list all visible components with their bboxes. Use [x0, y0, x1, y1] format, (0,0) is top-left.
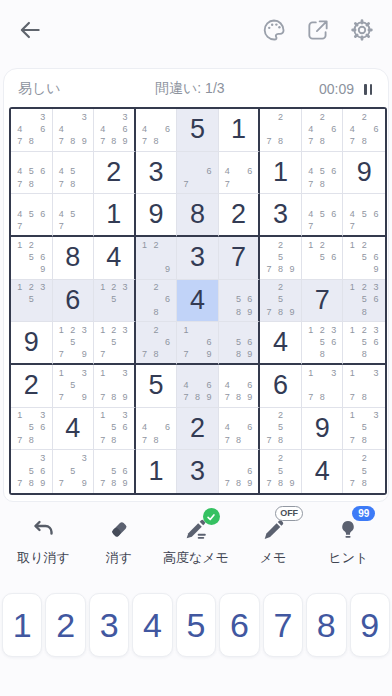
- cell-r1c5[interactable]: 5: [177, 109, 219, 152]
- cell-value: 4: [315, 458, 330, 485]
- cell-notes: 24678: [302, 109, 343, 151]
- numpad-3[interactable]: 3: [89, 593, 129, 657]
- cell-r7c9[interactable]: 1378: [343, 365, 385, 408]
- cell-notes: 1679: [177, 322, 218, 363]
- pause-icon: [364, 84, 367, 95]
- cell-notes: 34789: [53, 109, 94, 151]
- advanced-notes-button[interactable]: 高度なメモ: [163, 516, 229, 567]
- cell-notes: 45678: [11, 152, 52, 194]
- undo-button[interactable]: 取り消す: [13, 516, 75, 567]
- sudoku-grid: 3467834789346789467851278246782467845678…: [9, 107, 387, 495]
- cell-notes: 5689: [219, 322, 259, 363]
- cell-notes: 4567: [343, 194, 385, 235]
- cell-value: 3: [190, 458, 205, 485]
- cell-r1c6[interactable]: 1: [219, 109, 261, 152]
- cell-notes: 12569: [11, 237, 52, 279]
- cell-notes: 13578: [343, 408, 385, 450]
- cell-r4c4[interactable]: 129: [136, 237, 178, 280]
- cell-r3c8[interactable]: 4567: [302, 194, 344, 237]
- cell-notes: 467: [219, 152, 259, 194]
- cell-value: 8: [190, 201, 205, 228]
- cell-r8c2[interactable]: 4: [53, 408, 95, 451]
- cell-r1c4[interactable]: 4678: [136, 109, 178, 152]
- cell-notes: 13579: [53, 365, 94, 407]
- cell-notes: 1378: [302, 365, 343, 407]
- cell-r6c8[interactable]: 123568: [302, 322, 344, 365]
- cell-notes: 13789: [94, 365, 134, 407]
- cell-r9c6[interactable]: 6789: [219, 450, 261, 493]
- cell-r5c5[interactable]: 4: [177, 280, 219, 323]
- check-icon: [206, 512, 216, 522]
- cell-r9c3[interactable]: 56789: [94, 450, 136, 493]
- cell-value: 1: [231, 116, 246, 143]
- cell-r9c1[interactable]: 356789: [11, 450, 53, 493]
- cell-r8c7[interactable]: 2578: [260, 408, 302, 451]
- cell-value: 4: [190, 287, 205, 314]
- cell-r2c9[interactable]: 9: [343, 152, 385, 195]
- back-button[interactable]: [16, 16, 44, 44]
- numpad-9[interactable]: 9: [350, 593, 390, 657]
- cell-r1c8[interactable]: 24678: [302, 109, 344, 152]
- cell-notes: 25789: [260, 237, 301, 279]
- cell-r3c5[interactable]: 8: [177, 194, 219, 237]
- advanced-notes-label: 高度なメモ: [163, 549, 229, 567]
- cell-r7c8[interactable]: 1378: [302, 365, 344, 408]
- cell-value: 2: [24, 372, 39, 399]
- cell-r4c3[interactable]: 4: [94, 237, 136, 280]
- cell-r8c8[interactable]: 9: [302, 408, 344, 451]
- cell-notes: 4567: [302, 194, 343, 235]
- cell-notes: 24678: [343, 109, 385, 151]
- cell-notes: 67: [177, 152, 218, 194]
- cell-r7c4[interactable]: 5: [136, 365, 178, 408]
- cell-r9c4[interactable]: 1: [136, 450, 178, 493]
- notes-button[interactable]: OFF メモ: [242, 516, 304, 567]
- cell-r5c8[interactable]: 7: [302, 280, 344, 323]
- timer: 00:09: [319, 81, 354, 97]
- cell-r8c6[interactable]: 4678: [219, 408, 261, 451]
- cell-r4c1[interactable]: 12569: [11, 237, 53, 280]
- tool-bar: 取り消す 消す 高度なメモ: [0, 502, 392, 567]
- numpad-1[interactable]: 1: [2, 593, 42, 657]
- cell-r8c9[interactable]: 13578: [343, 408, 385, 451]
- cell-notes: 46789: [219, 365, 259, 407]
- cell-r5c7[interactable]: 25789: [260, 280, 302, 323]
- cell-r5c4[interactable]: 268: [136, 280, 178, 323]
- cell-notes: 278: [260, 109, 301, 151]
- notes-off-badge: OFF: [275, 506, 303, 521]
- numpad-8[interactable]: 8: [306, 593, 346, 657]
- cell-value: 9: [24, 329, 39, 356]
- cell-value: 4: [106, 244, 121, 271]
- cell-notes: 1256: [302, 237, 343, 279]
- cell-notes: 1235: [94, 280, 134, 322]
- numpad-2[interactable]: 2: [45, 593, 85, 657]
- cell-r2c5[interactable]: 67: [177, 152, 219, 195]
- cell-r9c9[interactable]: 2578: [343, 450, 385, 493]
- cell-r7c7[interactable]: 6: [260, 365, 302, 408]
- notes-label: メモ: [260, 549, 287, 567]
- numpad-4[interactable]: 4: [132, 593, 172, 657]
- numpad-7[interactable]: 7: [263, 593, 303, 657]
- cell-notes: 5689: [219, 280, 259, 322]
- cell-r9c8[interactable]: 4: [302, 450, 344, 493]
- cell-notes: 356789: [11, 450, 52, 493]
- cell-notes: 3579: [53, 450, 94, 493]
- numpad-5[interactable]: 5: [176, 593, 216, 657]
- cell-value: 5: [148, 372, 163, 399]
- cell-r3c3[interactable]: 1: [94, 194, 136, 237]
- cell-value: 6: [273, 372, 288, 399]
- number-pad: 123456789: [0, 567, 392, 657]
- cell-notes: 346789: [94, 109, 134, 151]
- cell-r6c7[interactable]: 4: [260, 322, 302, 365]
- cell-r7c1[interactable]: 2: [11, 365, 53, 408]
- cell-value: 1: [148, 458, 163, 485]
- cell-notes: 135678: [11, 408, 52, 450]
- erase-button[interactable]: 消す: [88, 516, 150, 567]
- cell-r6c3[interactable]: 12357: [94, 322, 136, 365]
- cell-r4c2[interactable]: 8: [53, 237, 95, 280]
- cell-notes: 25789: [260, 280, 301, 322]
- cell-r8c3[interactable]: 135678: [94, 408, 136, 451]
- cell-value: 2: [231, 201, 246, 228]
- palette-icon: [261, 17, 287, 43]
- cell-notes: 45678: [302, 152, 343, 194]
- cell-r9c2[interactable]: 3579: [53, 450, 95, 493]
- cell-r6c5[interactable]: 1679: [177, 322, 219, 365]
- gear-icon: [349, 17, 375, 43]
- cell-r3c6[interactable]: 2: [219, 194, 261, 237]
- cell-r4c7[interactable]: 25789: [260, 237, 302, 280]
- cell-notes: 56789: [94, 450, 134, 493]
- share-icon: [305, 17, 331, 43]
- cell-value: 2: [106, 159, 121, 186]
- cell-r9c7[interactable]: 25789: [260, 450, 302, 493]
- cell-value: 8: [65, 244, 80, 271]
- cell-notes: 1235: [11, 280, 52, 322]
- cell-value: 4: [273, 329, 288, 356]
- mistakes-counter: 間違い: 1/3: [61, 80, 319, 98]
- cell-r2c4[interactable]: 3: [136, 152, 178, 195]
- cell-r4c5[interactable]: 3: [177, 237, 219, 280]
- share-button[interactable]: [304, 16, 332, 44]
- cell-r1c7[interactable]: 278: [260, 109, 302, 152]
- cell-r1c1[interactable]: 34678: [11, 109, 53, 152]
- cell-notes: 4678: [219, 408, 259, 450]
- cell-r8c4[interactable]: 4678: [136, 408, 178, 451]
- cell-notes: 268: [136, 280, 177, 322]
- cell-notes: 46789: [177, 365, 218, 407]
- difficulty-label: 易しい: [18, 80, 61, 98]
- cell-value: 9: [148, 201, 163, 228]
- cell-r2c1[interactable]: 45678: [11, 152, 53, 195]
- cell-notes: 123568: [343, 322, 385, 363]
- cell-r4c9[interactable]: 12569: [343, 237, 385, 280]
- back-arrow-icon: [17, 17, 43, 43]
- cell-r1c9[interactable]: 24678: [343, 109, 385, 152]
- cell-r4c6[interactable]: 7: [219, 237, 261, 280]
- cell-notes: 457: [53, 194, 94, 235]
- cell-notes: 2578: [343, 450, 385, 493]
- cell-r4c8[interactable]: 1256: [302, 237, 344, 280]
- eraser-icon: [106, 517, 132, 541]
- cell-notes: 6789: [219, 450, 259, 493]
- cell-r5c6[interactable]: 5689: [219, 280, 261, 323]
- cell-r2c7[interactable]: 1: [260, 152, 302, 195]
- theme-button[interactable]: [260, 16, 288, 44]
- cell-r9c5[interactable]: 3: [177, 450, 219, 493]
- cell-r7c5[interactable]: 46789: [177, 365, 219, 408]
- cell-r1c2[interactable]: 34789: [53, 109, 95, 152]
- undo-icon: [30, 517, 57, 541]
- cell-r8c5[interactable]: 2: [177, 408, 219, 451]
- cell-value: 3: [190, 244, 205, 271]
- cell-notes: 12357: [94, 322, 134, 363]
- cell-notes: 12569: [343, 237, 385, 279]
- cell-r3c1[interactable]: 4567: [11, 194, 53, 237]
- status-bar: 易しい 間違い: 1/3 00:09: [4, 69, 388, 107]
- cell-r7c6[interactable]: 46789: [219, 365, 261, 408]
- cell-value: 7: [231, 244, 246, 271]
- hint-button[interactable]: 99 ヒント: [317, 516, 379, 567]
- hint-label: ヒント: [328, 549, 368, 567]
- cell-r5c2[interactable]: 6: [53, 280, 95, 323]
- cell-value: 4: [65, 415, 80, 442]
- cell-value: 6: [65, 287, 80, 314]
- cell-value: 3: [273, 201, 288, 228]
- settings-button[interactable]: [348, 16, 376, 44]
- cell-r6c1[interactable]: 9: [11, 322, 53, 365]
- cell-notes: 4578: [53, 152, 94, 194]
- cell-value: 3: [148, 159, 163, 186]
- undo-label: 取り消す: [17, 549, 70, 567]
- pause-button[interactable]: [362, 82, 374, 97]
- cell-value: 5: [190, 116, 205, 143]
- cell-notes: 25789: [260, 450, 301, 493]
- cell-r8c1[interactable]: 135678: [11, 408, 53, 451]
- cell-value: 2: [190, 415, 205, 442]
- cell-r6c2[interactable]: 123579: [53, 322, 95, 365]
- cell-value: 9: [315, 415, 330, 442]
- cell-notes: 2678: [136, 322, 177, 363]
- cell-value: 1: [273, 159, 288, 186]
- cell-r7c2[interactable]: 13579: [53, 365, 95, 408]
- cell-notes: 4567: [11, 194, 52, 235]
- cell-r5c3[interactable]: 1235: [94, 280, 136, 323]
- cell-r6c9[interactable]: 123568: [343, 322, 385, 365]
- cell-notes: 4678: [136, 109, 177, 151]
- cell-r7c3[interactable]: 13789: [94, 365, 136, 408]
- cell-r6c6[interactable]: 5689: [219, 322, 261, 365]
- advanced-notes-on-badge: [203, 508, 220, 525]
- cell-notes: 1378: [343, 365, 385, 407]
- cell-notes: 135678: [94, 408, 134, 450]
- cell-r3c4[interactable]: 9: [136, 194, 178, 237]
- cell-notes: 123568: [302, 322, 343, 363]
- cell-notes: 129: [136, 237, 177, 279]
- cell-r3c7[interactable]: 3: [260, 194, 302, 237]
- cell-r2c3[interactable]: 2: [94, 152, 136, 195]
- erase-label: 消す: [106, 549, 132, 567]
- cell-notes: 2578: [260, 408, 301, 450]
- game-card: 易しい 間違い: 1/3 00:09 346783478934678946785…: [3, 68, 389, 502]
- hint-count-badge: 99: [352, 506, 375, 521]
- cell-value: 7: [315, 287, 330, 314]
- cell-r1c3[interactable]: 346789: [94, 109, 136, 152]
- cell-r5c9[interactable]: 123568: [343, 280, 385, 323]
- top-bar: [0, 0, 392, 60]
- cell-r3c9[interactable]: 4567: [343, 194, 385, 237]
- cell-r5c1[interactable]: 1235: [11, 280, 53, 323]
- numpad-6[interactable]: 6: [219, 593, 259, 657]
- cell-r2c2[interactable]: 4578: [53, 152, 95, 195]
- cell-notes: 34678: [11, 109, 52, 151]
- cell-r2c6[interactable]: 467: [219, 152, 261, 195]
- cell-notes: 123568: [343, 280, 385, 322]
- cell-r3c2[interactable]: 457: [53, 194, 95, 237]
- cell-r2c8[interactable]: 45678: [302, 152, 344, 195]
- cell-notes: 123579: [53, 322, 94, 363]
- cell-notes: 4678: [136, 408, 177, 450]
- cell-value: 1: [106, 201, 121, 228]
- cell-value: 9: [357, 159, 372, 186]
- cell-r6c4[interactable]: 2678: [136, 322, 178, 365]
